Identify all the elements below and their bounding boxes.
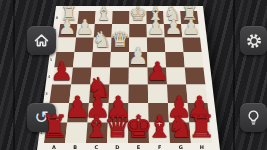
piece-silver-king-e8[interactable]: ♚ <box>129 4 146 24</box>
settings-button[interactable] <box>240 26 267 55</box>
file-label-g: G <box>179 144 183 150</box>
square-b5[interactable] <box>73 52 93 68</box>
square-h4[interactable] <box>185 68 206 85</box>
square-g6[interactable] <box>165 38 184 53</box>
square-e7[interactable] <box>129 24 147 38</box>
piece-silver-pawn-f7[interactable]: ♟ <box>147 16 165 36</box>
file-label-d: D <box>115 144 119 150</box>
square-f3[interactable] <box>148 85 168 104</box>
square-d5[interactable] <box>110 52 129 68</box>
square-h6[interactable] <box>182 38 201 53</box>
lightbulb-icon <box>246 110 261 126</box>
chess-board[interactable]: ABCDEFGH12345678 ♜♝♚♝♞♜♟♟♟♟♟♞♛♟♟♟♞♟♟♟♟♟♜… <box>0 0 267 150</box>
piece-silver-pawn-a7[interactable]: ♟ <box>58 16 76 36</box>
home-button[interactable] <box>27 26 56 55</box>
piece-silver-pawn-g7[interactable]: ♟ <box>164 16 182 36</box>
square-h5[interactable] <box>184 52 204 68</box>
piece-silver-bishop-c8[interactable]: ♝ <box>95 4 112 24</box>
square-g4[interactable] <box>166 68 186 85</box>
square-f6[interactable] <box>147 38 165 53</box>
piece-silver-pawn-h7[interactable]: ♟ <box>182 16 200 36</box>
file-label-e: E <box>137 144 141 150</box>
app-root: ABCDEFGH12345678 ♜♝♚♝♞♜♟♟♟♟♟♞♛♟♟♟♞♟♟♟♟♟♜… <box>0 0 267 150</box>
piece-silver-knight-c6[interactable]: ♞ <box>92 29 112 51</box>
piece-red-pawn-f4[interactable]: ♟ <box>146 58 169 84</box>
square-b6[interactable] <box>75 38 94 53</box>
home-icon <box>33 32 50 49</box>
file-label-c: C <box>94 144 98 150</box>
file-label-b: B <box>73 144 77 150</box>
square-d8[interactable] <box>112 11 129 24</box>
file-label-h: H <box>200 144 204 150</box>
hint-button[interactable] <box>240 103 267 132</box>
piece-red-rook-h1[interactable]: ♜ <box>188 111 216 142</box>
square-a6[interactable] <box>56 38 76 53</box>
square-e3[interactable] <box>128 85 148 104</box>
square-e4[interactable] <box>129 68 148 85</box>
square-d4[interactable] <box>109 68 128 85</box>
square-c5[interactable] <box>92 52 111 68</box>
piece-red-rook-a1[interactable]: ♜ <box>41 111 69 142</box>
piece-red-pawn-a4[interactable]: ♟ <box>50 58 73 84</box>
file-label-f: F <box>158 144 161 150</box>
gear-icon <box>245 32 263 50</box>
file-label-a: A <box>52 144 56 150</box>
